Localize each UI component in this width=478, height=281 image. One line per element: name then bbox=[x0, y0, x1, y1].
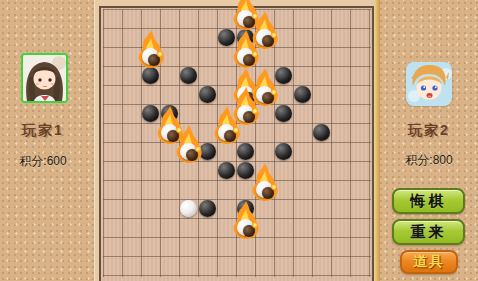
black-stone bbox=[275, 67, 292, 84]
bomb-icon bbox=[262, 92, 274, 104]
black-stone bbox=[199, 143, 216, 160]
black-stone bbox=[199, 200, 216, 217]
undo-button[interactable]: 悔棋 bbox=[392, 188, 465, 214]
bomb-icon bbox=[186, 149, 198, 161]
player2-avatar-image bbox=[406, 62, 452, 106]
player1-name: 玩家1 bbox=[3, 122, 83, 140]
board-gold-edge bbox=[374, 0, 380, 281]
bomb-icon bbox=[243, 92, 255, 104]
bomb-icon bbox=[243, 225, 255, 237]
black-stone bbox=[218, 29, 235, 46]
black-stone bbox=[237, 162, 254, 179]
black-stone bbox=[237, 200, 254, 217]
bomb-icon bbox=[243, 54, 255, 66]
black-stone bbox=[294, 86, 311, 103]
bomb-icon bbox=[224, 130, 236, 142]
black-stone bbox=[142, 67, 159, 84]
black-stone bbox=[180, 67, 197, 84]
white-stone bbox=[180, 200, 197, 217]
black-stone bbox=[161, 105, 178, 122]
black-stone bbox=[275, 105, 292, 122]
black-stone bbox=[218, 162, 235, 179]
player2-score: 积分:800 bbox=[389, 152, 469, 169]
player1-avatar bbox=[21, 53, 68, 103]
bomb-icon bbox=[167, 130, 179, 142]
bomb-icon bbox=[243, 16, 255, 28]
black-stone bbox=[275, 143, 292, 160]
player1-avatar-image bbox=[23, 55, 66, 101]
black-stone bbox=[142, 105, 159, 122]
black-stone bbox=[237, 143, 254, 160]
player2-name: 玩家2 bbox=[389, 122, 469, 140]
black-stone bbox=[237, 29, 254, 46]
black-stone bbox=[199, 86, 216, 103]
game-screen: 玩家1 积分:600 玩家2 积分:800 悔棋 重来 道具 bbox=[0, 0, 478, 281]
player2-avatar bbox=[406, 62, 452, 106]
black-stone bbox=[313, 124, 330, 141]
bomb-icon bbox=[243, 111, 255, 123]
board-grid[interactable] bbox=[103, 9, 371, 277]
restart-button[interactable]: 重来 bbox=[392, 219, 465, 245]
bomb-icon bbox=[262, 35, 274, 47]
bomb-icon bbox=[148, 54, 160, 66]
props-button[interactable]: 道具 bbox=[400, 250, 458, 274]
player1-score: 积分:600 bbox=[3, 153, 83, 170]
bomb-icon bbox=[262, 187, 274, 199]
